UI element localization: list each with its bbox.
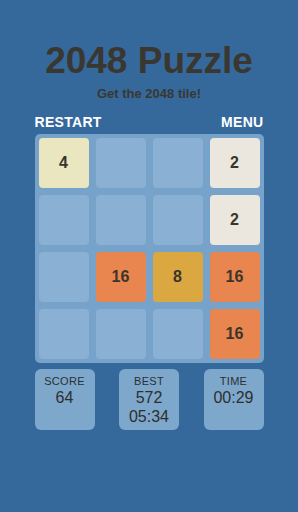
tile-2: 2 bbox=[210, 195, 260, 245]
tile-16: 16 bbox=[210, 252, 260, 302]
empty-cell bbox=[39, 195, 89, 245]
time-panel: TIME 00:29 bbox=[204, 369, 264, 430]
best-label: BEST bbox=[119, 374, 179, 388]
empty-cell bbox=[39, 309, 89, 359]
tile-2: 2 bbox=[210, 138, 260, 188]
score-label: SCORE bbox=[35, 374, 95, 388]
page-subtitle: Get the 2048 tile! bbox=[0, 86, 298, 101]
game-board[interactable]: 4221681616 bbox=[35, 134, 264, 363]
tile-16: 16 bbox=[210, 309, 260, 359]
empty-cell bbox=[96, 195, 146, 245]
score-value: 64 bbox=[35, 388, 95, 407]
empty-cell bbox=[153, 195, 203, 245]
time-label: TIME bbox=[204, 374, 264, 388]
stats-bar: SCORE 64 BEST 572 05:34 TIME 00:29 bbox=[35, 369, 264, 430]
best-score-value: 572 bbox=[119, 388, 179, 407]
controls-bar: RESTART MENU bbox=[35, 114, 264, 130]
score-panel: SCORE 64 bbox=[35, 369, 95, 430]
empty-cell bbox=[153, 309, 203, 359]
empty-cell bbox=[153, 138, 203, 188]
empty-cell bbox=[96, 309, 146, 359]
app-screen: 2048 Puzzle Get the 2048 tile! RESTART M… bbox=[0, 0, 298, 430]
page-title: 2048 Puzzle bbox=[0, 0, 298, 79]
menu-button[interactable]: MENU bbox=[221, 114, 263, 130]
time-value: 00:29 bbox=[204, 388, 264, 407]
best-time-value: 05:34 bbox=[119, 407, 179, 426]
tile-4: 4 bbox=[39, 138, 89, 188]
empty-cell bbox=[39, 252, 89, 302]
empty-cell bbox=[96, 138, 146, 188]
tile-8: 8 bbox=[153, 252, 203, 302]
best-panel: BEST 572 05:34 bbox=[119, 369, 179, 430]
restart-button[interactable]: RESTART bbox=[35, 114, 102, 130]
tile-16: 16 bbox=[96, 252, 146, 302]
